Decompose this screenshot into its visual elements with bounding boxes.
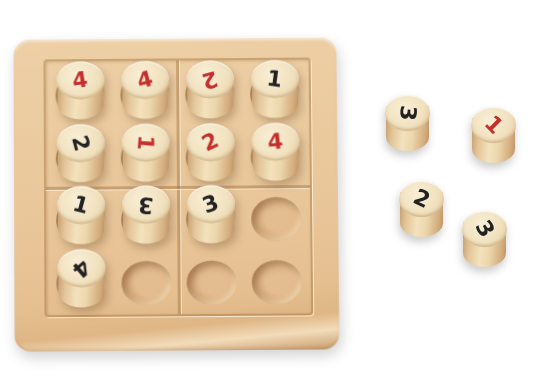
- peg-top-face: 4: [251, 123, 299, 161]
- peg-number: 2: [199, 67, 220, 92]
- cell-recess: [251, 260, 302, 305]
- peg-4-red[interactable]: 4: [251, 123, 299, 181]
- cell-r1c1[interactable]: 4: [47, 63, 112, 126]
- cell-r4c2[interactable]: [113, 250, 179, 313]
- peg-top-face: 3: [462, 211, 507, 247]
- peg-1-black[interactable]: 1: [56, 186, 104, 244]
- cell-r2c1[interactable]: 2: [48, 125, 113, 188]
- peg-number: 2: [198, 129, 221, 155]
- peg-top-face: 4: [56, 62, 104, 100]
- peg-2-red[interactable]: 2: [186, 123, 234, 181]
- peg-number: 3: [200, 192, 222, 218]
- peg-top-face: 2: [399, 181, 444, 217]
- peg-number: 4: [68, 255, 94, 282]
- cell-r1c3[interactable]: 2: [177, 62, 242, 125]
- peg-number: 4: [71, 69, 89, 93]
- peg-number: 1: [265, 68, 283, 92]
- peg-4-red[interactable]: 4: [121, 61, 169, 119]
- cell-r3c2[interactable]: 3: [113, 187, 178, 250]
- peg-number: 1: [134, 134, 157, 151]
- peg-number: 1: [480, 112, 506, 138]
- scene: 4 4: [0, 0, 540, 373]
- peg-2-black[interactable]: 2: [56, 124, 104, 182]
- cell-r4c4[interactable]: [243, 249, 309, 312]
- peg-number: 2: [410, 186, 433, 212]
- peg-3-black[interactable]: 3: [186, 185, 234, 243]
- peg-top-face: 1: [471, 107, 516, 143]
- peg-top-face: 2: [186, 123, 234, 161]
- peg-top-face: 1: [121, 123, 169, 161]
- peg-number: 4: [135, 68, 155, 93]
- cell-r2c4[interactable]: 4: [242, 124, 308, 187]
- cell-r2c3[interactable]: 2: [178, 124, 243, 187]
- loose-peg-3-black[interactable]: 3: [385, 95, 430, 151]
- peg-1-red[interactable]: 1: [121, 123, 169, 181]
- peg-number: 4: [266, 130, 283, 153]
- cell-r2c2[interactable]: 1: [113, 125, 178, 188]
- cell-r4c1[interactable]: 4: [48, 250, 113, 313]
- peg-top-face: 3: [385, 95, 430, 131]
- peg-top-face: 1: [56, 186, 104, 224]
- peg-number: 1: [70, 193, 90, 218]
- board-inner-frame: 4 4: [43, 58, 313, 318]
- loose-peg-2-black[interactable]: 2: [399, 181, 444, 237]
- peg-3-black[interactable]: 3: [121, 186, 169, 244]
- peg-number: 3: [471, 217, 498, 241]
- peg-top-face: 2: [186, 61, 234, 99]
- peg-number: 3: [396, 104, 419, 121]
- peg-top-face: 4: [57, 249, 105, 287]
- cell-r3c3[interactable]: 3: [178, 187, 244, 250]
- peg-top-face: 1: [250, 60, 298, 98]
- peg-number: 2: [68, 133, 93, 154]
- sudoku-board: 4 4: [14, 37, 340, 351]
- peg-4-red[interactable]: 4: [56, 62, 104, 120]
- peg-1-black[interactable]: 1: [250, 60, 298, 118]
- peg-top-face: 3: [121, 186, 169, 224]
- cell-recess: [251, 197, 301, 241]
- peg-2-red[interactable]: 2: [186, 61, 234, 119]
- cell-r1c4[interactable]: 1: [242, 62, 307, 125]
- peg-top-face: 3: [186, 185, 234, 223]
- cell-r1c2[interactable]: 4: [112, 62, 177, 125]
- cell-r3c1[interactable]: 1: [48, 187, 113, 250]
- cell-r3c4[interactable]: [243, 186, 309, 249]
- cell-recess: [186, 260, 236, 305]
- peg-top-face: 2: [56, 124, 104, 162]
- loose-peg-3-black[interactable]: 3: [462, 211, 507, 267]
- peg-number: 3: [137, 193, 154, 216]
- peg-4-black[interactable]: 4: [57, 249, 105, 308]
- loose-peg-1-red[interactable]: 1: [471, 107, 516, 163]
- cell-recess: [121, 261, 171, 306]
- peg-top-face: 4: [121, 61, 169, 99]
- cell-r4c3[interactable]: [178, 249, 244, 312]
